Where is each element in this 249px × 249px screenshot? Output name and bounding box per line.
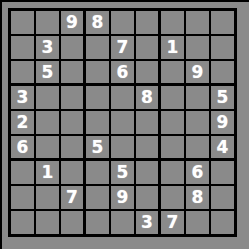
cell-r7c7-empty[interactable] bbox=[161, 161, 184, 184]
cell-r3c4-empty[interactable] bbox=[86, 61, 109, 84]
cell-r5c5-empty[interactable] bbox=[111, 111, 134, 134]
cell-r3c9-empty[interactable] bbox=[211, 61, 234, 84]
cell-r3c3-empty[interactable] bbox=[61, 61, 84, 84]
cell-r6c4-given-5[interactable]: 5 bbox=[86, 136, 109, 159]
cell-r9c3-empty[interactable] bbox=[61, 211, 84, 234]
cell-r4c9-given-5[interactable]: 5 bbox=[211, 86, 234, 109]
cell-r7c5-given-5[interactable]: 5 bbox=[111, 161, 134, 184]
cell-r7c2-given-1[interactable]: 1 bbox=[36, 161, 59, 184]
cell-r1c7-empty[interactable] bbox=[161, 11, 184, 34]
cell-r9c1-empty[interactable] bbox=[11, 211, 34, 234]
cell-r4c2-empty[interactable] bbox=[36, 86, 59, 109]
cell-r3c6-empty[interactable] bbox=[136, 61, 159, 84]
cell-r5c2-empty[interactable] bbox=[36, 111, 59, 134]
cell-r5c3-empty[interactable] bbox=[61, 111, 84, 134]
cell-r2c4-empty[interactable] bbox=[86, 36, 109, 59]
cell-r9c7-given-7[interactable]: 7 bbox=[161, 211, 184, 234]
cell-r1c2-empty[interactable] bbox=[36, 11, 59, 34]
cell-r1c1-empty[interactable] bbox=[11, 11, 34, 34]
cell-r1c8-empty[interactable] bbox=[186, 11, 209, 34]
cell-r2c5-given-7[interactable]: 7 bbox=[111, 36, 134, 59]
cell-r4c3-empty[interactable] bbox=[61, 86, 84, 109]
cell-r9c4-empty[interactable] bbox=[86, 211, 109, 234]
cell-r8c3-given-7[interactable]: 7 bbox=[61, 186, 84, 209]
cell-r3c5-given-6[interactable]: 6 bbox=[111, 61, 134, 84]
cell-r1c4-given-8[interactable]: 8 bbox=[86, 11, 109, 34]
cell-r2c7-given-1[interactable]: 1 bbox=[161, 36, 184, 59]
cell-r2c2-given-3[interactable]: 3 bbox=[36, 36, 59, 59]
cell-r1c3-given-9[interactable]: 9 bbox=[61, 11, 84, 34]
cell-r9c8-empty[interactable] bbox=[186, 211, 209, 234]
cell-r6c3-empty[interactable] bbox=[61, 136, 84, 159]
cell-r9c9-empty[interactable] bbox=[211, 211, 234, 234]
cell-r9c5-empty[interactable] bbox=[111, 211, 134, 234]
cell-r1c6-empty[interactable] bbox=[136, 11, 159, 34]
cell-r7c6-empty[interactable] bbox=[136, 161, 159, 184]
cell-r5c6-empty[interactable] bbox=[136, 111, 159, 134]
sudoku-board: 983715693852965415679837 bbox=[8, 8, 237, 237]
cell-r7c1-empty[interactable] bbox=[11, 161, 34, 184]
cell-r8c7-empty[interactable] bbox=[161, 186, 184, 209]
cell-r6c6-empty[interactable] bbox=[136, 136, 159, 159]
cell-r2c1-empty[interactable] bbox=[11, 36, 34, 59]
cell-r8c9-empty[interactable] bbox=[211, 186, 234, 209]
cell-r6c8-empty[interactable] bbox=[186, 136, 209, 159]
cell-r1c9-empty[interactable] bbox=[211, 11, 234, 34]
cell-r7c4-empty[interactable] bbox=[86, 161, 109, 184]
cell-r7c9-empty[interactable] bbox=[211, 161, 234, 184]
cell-r3c2-given-5[interactable]: 5 bbox=[36, 61, 59, 84]
cell-r5c7-empty[interactable] bbox=[161, 111, 184, 134]
cell-r2c6-empty[interactable] bbox=[136, 36, 159, 59]
cell-r1c5-empty[interactable] bbox=[111, 11, 134, 34]
cell-r7c8-given-6[interactable]: 6 bbox=[186, 161, 209, 184]
cell-r9c2-empty[interactable] bbox=[36, 211, 59, 234]
cell-r5c9-given-9[interactable]: 9 bbox=[211, 111, 234, 134]
cell-r8c6-empty[interactable] bbox=[136, 186, 159, 209]
cell-r6c5-empty[interactable] bbox=[111, 136, 134, 159]
cell-r4c1-given-3[interactable]: 3 bbox=[11, 86, 34, 109]
cell-r6c1-given-6[interactable]: 6 bbox=[11, 136, 34, 159]
cell-r8c1-empty[interactable] bbox=[11, 186, 34, 209]
cell-r5c8-empty[interactable] bbox=[186, 111, 209, 134]
cell-r4c6-given-8[interactable]: 8 bbox=[136, 86, 159, 109]
cell-r2c9-empty[interactable] bbox=[211, 36, 234, 59]
cell-r6c2-empty[interactable] bbox=[36, 136, 59, 159]
cell-r9c6-given-3[interactable]: 3 bbox=[136, 211, 159, 234]
cell-r2c3-empty[interactable] bbox=[61, 36, 84, 59]
cell-r6c7-empty[interactable] bbox=[161, 136, 184, 159]
cell-r8c5-given-9[interactable]: 9 bbox=[111, 186, 134, 209]
cell-r4c4-empty[interactable] bbox=[86, 86, 109, 109]
cell-r4c7-empty[interactable] bbox=[161, 86, 184, 109]
cell-r7c3-empty[interactable] bbox=[61, 161, 84, 184]
cell-r5c1-given-2[interactable]: 2 bbox=[11, 111, 34, 134]
cell-r6c9-given-4[interactable]: 4 bbox=[211, 136, 234, 159]
cell-r5c4-empty[interactable] bbox=[86, 111, 109, 134]
sudoku-app-background: 983715693852965415679837 bbox=[0, 0, 249, 249]
cell-r2c8-empty[interactable] bbox=[186, 36, 209, 59]
cell-r8c4-empty[interactable] bbox=[86, 186, 109, 209]
cell-r3c1-empty[interactable] bbox=[11, 61, 34, 84]
cell-r3c8-given-9[interactable]: 9 bbox=[186, 61, 209, 84]
cell-r8c2-empty[interactable] bbox=[36, 186, 59, 209]
cell-r8c8-given-8[interactable]: 8 bbox=[186, 186, 209, 209]
cell-r4c8-empty[interactable] bbox=[186, 86, 209, 109]
cell-r3c7-empty[interactable] bbox=[161, 61, 184, 84]
cell-r4c5-empty[interactable] bbox=[111, 86, 134, 109]
